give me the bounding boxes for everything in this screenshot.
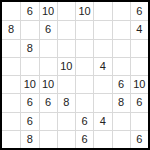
cell-r1c6[interactable]: [93, 2, 111, 20]
clue-number: 6: [136, 97, 142, 108]
cell-r4c1[interactable]: [2, 57, 20, 75]
cell-r6c8: 6: [130, 93, 148, 111]
clue-number: 6: [82, 134, 88, 145]
clue-number: 8: [27, 43, 33, 54]
cell-r6c3: 6: [39, 93, 57, 111]
cell-r3c1[interactable]: [2, 39, 20, 57]
cell-r6c7: 8: [112, 93, 130, 111]
cell-r4c5[interactable]: [75, 57, 93, 75]
cell-r6c1[interactable]: [2, 93, 20, 111]
cell-r1c8: 6: [130, 2, 148, 20]
cell-r3c4[interactable]: [57, 39, 75, 57]
clue-number: 10: [42, 6, 54, 17]
cell-r5c7: 6: [112, 75, 130, 93]
clue-number: 6: [27, 6, 33, 17]
cell-r8c5: 6: [75, 130, 93, 148]
clue-number: 10: [133, 79, 145, 90]
clue-number: 4: [100, 116, 106, 127]
cell-r4c7[interactable]: [112, 57, 130, 75]
cell-r7c5: 6: [75, 112, 93, 130]
cell-r2c7[interactable]: [112, 20, 130, 38]
clue-number: 6: [118, 79, 124, 90]
clue-number: 6: [45, 24, 51, 35]
cell-r7c2: 6: [20, 112, 38, 130]
cell-r4c2[interactable]: [20, 57, 38, 75]
clue-number: 6: [82, 116, 88, 127]
cell-r3c8[interactable]: [130, 39, 148, 57]
cell-r5c8: 10: [130, 75, 148, 93]
cell-r8c8: 6: [130, 130, 148, 148]
cell-r8c2: 8: [20, 130, 38, 148]
cell-r4c3[interactable]: [39, 57, 57, 75]
cell-r7c1[interactable]: [2, 112, 20, 130]
cell-r5c5[interactable]: [75, 75, 93, 93]
clue-number: 8: [8, 24, 14, 35]
clue-number: 6: [136, 134, 142, 145]
cell-r1c3: 10: [39, 2, 57, 20]
cell-r3c7[interactable]: [112, 39, 130, 57]
cell-r7c4[interactable]: [57, 112, 75, 130]
kuromasu-board: 6101068648104101061066886664866: [0, 0, 150, 150]
cell-r8c4[interactable]: [57, 130, 75, 148]
cell-r2c3: 6: [39, 20, 57, 38]
cell-r5c3: 10: [39, 75, 57, 93]
clue-number: 8: [118, 97, 124, 108]
cell-r8c3[interactable]: [39, 130, 57, 148]
clue-number: 10: [42, 79, 54, 90]
cell-r5c2: 10: [20, 75, 38, 93]
cell-r8c7[interactable]: [112, 130, 130, 148]
clue-number: 6: [27, 97, 33, 108]
clue-number: 6: [136, 6, 142, 17]
clue-number: 8: [27, 134, 33, 145]
cell-r4c6: 4: [93, 57, 111, 75]
clue-number: 4: [136, 24, 142, 35]
clue-number: 10: [24, 79, 36, 90]
cell-r4c8[interactable]: [130, 57, 148, 75]
cell-r6c2: 6: [20, 93, 38, 111]
cell-r7c3[interactable]: [39, 112, 57, 130]
cell-r3c3[interactable]: [39, 39, 57, 57]
cell-r2c5[interactable]: [75, 20, 93, 38]
cell-r1c4[interactable]: [57, 2, 75, 20]
cell-r2c4[interactable]: [57, 20, 75, 38]
cell-r6c4: 8: [57, 93, 75, 111]
clue-number: 4: [100, 61, 106, 72]
cell-r3c6[interactable]: [93, 39, 111, 57]
cell-r5c1[interactable]: [2, 75, 20, 93]
cell-r3c2: 8: [20, 39, 38, 57]
cell-r8c1[interactable]: [2, 130, 20, 148]
clue-number: 6: [45, 97, 51, 108]
clue-number: 10: [79, 6, 91, 17]
clue-number: 6: [27, 116, 33, 127]
cell-r2c8: 4: [130, 20, 148, 38]
cell-r1c1[interactable]: [2, 2, 20, 20]
cell-r6c5[interactable]: [75, 93, 93, 111]
clue-number: 10: [60, 61, 72, 72]
cell-r1c2: 6: [20, 2, 38, 20]
cell-r7c7[interactable]: [112, 112, 130, 130]
cell-r1c5: 10: [75, 2, 93, 20]
cell-r6c6[interactable]: [93, 93, 111, 111]
cell-r1c7[interactable]: [112, 2, 130, 20]
cell-r7c6: 4: [93, 112, 111, 130]
cell-r2c2[interactable]: [20, 20, 38, 38]
cell-r2c6[interactable]: [93, 20, 111, 38]
cell-r8c6[interactable]: [93, 130, 111, 148]
cell-r3c5[interactable]: [75, 39, 93, 57]
cell-r5c6[interactable]: [93, 75, 111, 93]
cell-r4c4: 10: [57, 57, 75, 75]
clue-number: 8: [63, 97, 69, 108]
cell-r7c8[interactable]: [130, 112, 148, 130]
cell-r5c4[interactable]: [57, 75, 75, 93]
cell-r2c1: 8: [2, 20, 20, 38]
